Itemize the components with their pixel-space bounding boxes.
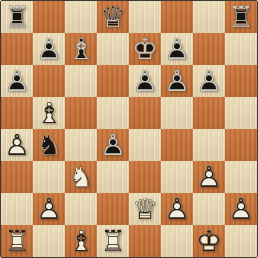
square-e3[interactable] xyxy=(129,161,161,193)
square-e4[interactable] xyxy=(129,129,161,161)
square-f8[interactable] xyxy=(161,1,193,33)
black-pawn[interactable]: ♟♙ xyxy=(161,33,193,65)
square-d5[interactable] xyxy=(97,97,129,129)
black-pawn[interactable]: ♟♙ xyxy=(129,65,161,97)
square-d8[interactable]: ♛♕ xyxy=(97,1,129,33)
piece-outline-glyph: ♘ xyxy=(65,161,97,193)
piece-outline-glyph: ♙ xyxy=(193,161,225,193)
piece-outline-glyph: ♖ xyxy=(225,1,257,33)
square-c6[interactable] xyxy=(65,65,97,97)
white-queen[interactable]: ♛♕ xyxy=(129,193,161,225)
square-c2[interactable] xyxy=(65,193,97,225)
square-f1[interactable] xyxy=(161,225,193,257)
chess-board: ♜♖♛♕♜♖♟♙♝♗♚♔♟♙♟♙♟♙♟♙♟♙♝♗♟♙♞♘♟♙♞♘♟♙♟♙♛♕♟♙… xyxy=(0,0,258,258)
square-h3[interactable] xyxy=(225,161,257,193)
piece-outline-glyph: ♖ xyxy=(97,225,129,257)
piece-outline-glyph: ♖ xyxy=(1,1,33,33)
black-queen[interactable]: ♛♕ xyxy=(97,1,129,33)
square-h4[interactable] xyxy=(225,129,257,161)
white-pawn[interactable]: ♟♙ xyxy=(1,129,33,161)
square-g5[interactable] xyxy=(193,97,225,129)
white-king[interactable]: ♚♔ xyxy=(193,225,225,257)
square-d2[interactable] xyxy=(97,193,129,225)
square-a3[interactable] xyxy=(1,161,33,193)
piece-outline-glyph: ♙ xyxy=(193,65,225,97)
square-a5[interactable] xyxy=(1,97,33,129)
square-h5[interactable] xyxy=(225,97,257,129)
square-h2[interactable]: ♟♙ xyxy=(225,193,257,225)
black-king[interactable]: ♚♔ xyxy=(129,33,161,65)
white-rook[interactable]: ♜♖ xyxy=(97,225,129,257)
square-f7[interactable]: ♟♙ xyxy=(161,33,193,65)
piece-outline-glyph: ♕ xyxy=(129,193,161,225)
square-e1[interactable] xyxy=(129,225,161,257)
black-pawn[interactable]: ♟♙ xyxy=(193,65,225,97)
square-a4[interactable]: ♟♙ xyxy=(1,129,33,161)
square-d3[interactable] xyxy=(97,161,129,193)
piece-outline-glyph: ♗ xyxy=(65,33,97,65)
square-g4[interactable] xyxy=(193,129,225,161)
square-b2[interactable]: ♟♙ xyxy=(33,193,65,225)
square-f6[interactable]: ♟♙ xyxy=(161,65,193,97)
square-d4[interactable]: ♟♙ xyxy=(97,129,129,161)
square-e7[interactable]: ♚♔ xyxy=(129,33,161,65)
black-pawn[interactable]: ♟♙ xyxy=(97,129,129,161)
piece-outline-glyph: ♙ xyxy=(225,193,257,225)
square-g8[interactable] xyxy=(193,1,225,33)
piece-outline-glyph: ♖ xyxy=(1,225,33,257)
square-b5[interactable]: ♝♗ xyxy=(33,97,65,129)
white-rook[interactable]: ♜♖ xyxy=(1,225,33,257)
white-pawn[interactable]: ♟♙ xyxy=(161,193,193,225)
piece-outline-glyph: ♗ xyxy=(33,97,65,129)
square-c1[interactable]: ♝♗ xyxy=(65,225,97,257)
square-f3[interactable] xyxy=(161,161,193,193)
white-pawn[interactable]: ♟♙ xyxy=(33,193,65,225)
piece-outline-glyph: ♙ xyxy=(1,65,33,97)
square-c5[interactable] xyxy=(65,97,97,129)
square-f4[interactable] xyxy=(161,129,193,161)
black-knight[interactable]: ♞♘ xyxy=(33,129,65,161)
white-knight[interactable]: ♞♘ xyxy=(65,161,97,193)
square-c8[interactable] xyxy=(65,1,97,33)
square-f2[interactable]: ♟♙ xyxy=(161,193,193,225)
black-pawn[interactable]: ♟♙ xyxy=(1,65,33,97)
square-h6[interactable] xyxy=(225,65,257,97)
black-rook[interactable]: ♜♖ xyxy=(1,1,33,33)
square-g3[interactable]: ♟♙ xyxy=(193,161,225,193)
white-pawn[interactable]: ♟♙ xyxy=(225,193,257,225)
square-a8[interactable]: ♜♖ xyxy=(1,1,33,33)
square-h8[interactable]: ♜♖ xyxy=(225,1,257,33)
square-e8[interactable] xyxy=(129,1,161,33)
square-g7[interactable] xyxy=(193,33,225,65)
white-pawn[interactable]: ♟♙ xyxy=(193,161,225,193)
piece-outline-glyph: ♗ xyxy=(65,225,97,257)
square-b6[interactable] xyxy=(33,65,65,97)
piece-outline-glyph: ♙ xyxy=(97,129,129,161)
square-g2[interactable] xyxy=(193,193,225,225)
square-a6[interactable]: ♟♙ xyxy=(1,65,33,97)
piece-outline-glyph: ♔ xyxy=(129,33,161,65)
square-d7[interactable] xyxy=(97,33,129,65)
piece-outline-glyph: ♘ xyxy=(33,129,65,161)
piece-outline-glyph: ♙ xyxy=(33,193,65,225)
black-pawn[interactable]: ♟♙ xyxy=(33,33,65,65)
square-e2[interactable]: ♛♕ xyxy=(129,193,161,225)
square-g1[interactable]: ♚♔ xyxy=(193,225,225,257)
square-d1[interactable]: ♜♖ xyxy=(97,225,129,257)
square-a1[interactable]: ♜♖ xyxy=(1,225,33,257)
black-bishop[interactable]: ♝♗ xyxy=(65,33,97,65)
piece-outline-glyph: ♔ xyxy=(193,225,225,257)
square-d6[interactable] xyxy=(97,65,129,97)
square-e6[interactable]: ♟♙ xyxy=(129,65,161,97)
piece-outline-glyph: ♙ xyxy=(33,33,65,65)
piece-outline-glyph: ♙ xyxy=(161,65,193,97)
square-b7[interactable]: ♟♙ xyxy=(33,33,65,65)
square-b8[interactable] xyxy=(33,1,65,33)
piece-outline-glyph: ♙ xyxy=(161,33,193,65)
square-a7[interactable] xyxy=(1,33,33,65)
black-rook[interactable]: ♜♖ xyxy=(225,1,257,33)
white-bishop[interactable]: ♝♗ xyxy=(65,225,97,257)
square-b1[interactable] xyxy=(33,225,65,257)
piece-outline-glyph: ♕ xyxy=(97,1,129,33)
square-b4[interactable]: ♞♘ xyxy=(33,129,65,161)
square-h7[interactable] xyxy=(225,33,257,65)
square-c4[interactable] xyxy=(65,129,97,161)
square-a2[interactable] xyxy=(1,193,33,225)
piece-outline-glyph: ♙ xyxy=(1,129,33,161)
square-f5[interactable] xyxy=(161,97,193,129)
square-g6[interactable]: ♟♙ xyxy=(193,65,225,97)
square-h1[interactable] xyxy=(225,225,257,257)
white-bishop[interactable]: ♝♗ xyxy=(33,97,65,129)
square-e5[interactable] xyxy=(129,97,161,129)
square-c7[interactable]: ♝♗ xyxy=(65,33,97,65)
square-c3[interactable]: ♞♘ xyxy=(65,161,97,193)
black-pawn[interactable]: ♟♙ xyxy=(161,65,193,97)
piece-outline-glyph: ♙ xyxy=(129,65,161,97)
piece-outline-glyph: ♙ xyxy=(161,193,193,225)
square-b3[interactable] xyxy=(33,161,65,193)
